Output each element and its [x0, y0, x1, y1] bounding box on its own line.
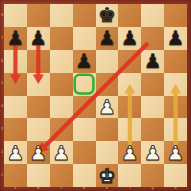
square-b3[interactable]	[27, 118, 50, 141]
square-e5[interactable]	[96, 73, 119, 96]
black-pawn-d6[interactable]: ♟	[73, 50, 96, 73]
square-b5[interactable]	[27, 73, 50, 96]
square-h8[interactable]	[164, 4, 187, 27]
square-e6[interactable]	[96, 50, 119, 73]
chess-board[interactable]: ♚♟♟♟♟♟♟♟♟♟♟♟♟♟♟♚ 87654321abcdefgh	[0, 0, 191, 191]
rank-label-3: 3	[0, 128, 4, 131]
white-pawn-a2[interactable]: ♟	[4, 141, 27, 164]
rank-label-4: 4	[0, 105, 4, 108]
rank-label-5: 5	[0, 82, 4, 85]
square-b4[interactable]	[27, 96, 50, 119]
square-c4[interactable]	[50, 96, 73, 119]
square-d3[interactable]	[73, 118, 96, 141]
rank-label-8: 8	[0, 14, 4, 17]
square-f6[interactable]	[118, 50, 141, 73]
square-g8[interactable]	[141, 4, 164, 27]
square-d8[interactable]	[73, 4, 96, 27]
rank-label-6: 6	[0, 60, 4, 63]
file-label-c: c	[50, 187, 73, 191]
white-pawn-f2[interactable]: ♟	[118, 141, 141, 164]
white-pawn-c2[interactable]: ♟	[50, 141, 73, 164]
square-a6[interactable]	[4, 50, 27, 73]
black-pawn-f7[interactable]: ♟	[118, 27, 141, 50]
square-b6[interactable]	[27, 50, 50, 73]
square-a1[interactable]	[4, 164, 27, 187]
square-g4[interactable]	[141, 96, 164, 119]
square-d7[interactable]	[73, 27, 96, 50]
square-c6[interactable]	[50, 50, 73, 73]
rank-label-1: 1	[0, 174, 4, 177]
black-pawn-a7[interactable]: ♟	[4, 27, 27, 50]
black-pawn-b7[interactable]: ♟	[27, 27, 50, 50]
square-h1[interactable]	[164, 164, 187, 187]
square-a8[interactable]	[4, 4, 27, 27]
white-pawn-h2[interactable]: ♟	[164, 141, 187, 164]
square-c8[interactable]	[50, 4, 73, 27]
rank-label-2: 2	[0, 151, 4, 154]
square-f3[interactable]	[118, 118, 141, 141]
file-label-d: d	[73, 187, 96, 191]
square-d2[interactable]	[73, 141, 96, 164]
file-label-e: e	[96, 187, 119, 191]
square-b1[interactable]	[27, 164, 50, 187]
file-label-h: h	[164, 187, 187, 191]
square-d5[interactable]	[73, 73, 96, 96]
square-f1[interactable]	[118, 164, 141, 187]
square-a3[interactable]	[4, 118, 27, 141]
white-pawn-g2[interactable]: ♟	[141, 141, 164, 164]
black-pawn-e7[interactable]: ♟	[96, 27, 119, 50]
square-c1[interactable]	[50, 164, 73, 187]
black-king-e8[interactable]: ♚	[96, 4, 119, 27]
square-c7[interactable]	[50, 27, 73, 50]
file-label-f: f	[118, 187, 141, 191]
square-g3[interactable]	[141, 118, 164, 141]
square-g1[interactable]	[141, 164, 164, 187]
square-h4[interactable]	[164, 96, 187, 119]
square-c5[interactable]	[50, 73, 73, 96]
white-pawn-b2[interactable]: ♟	[27, 141, 50, 164]
square-d1[interactable]	[73, 164, 96, 187]
square-e2[interactable]	[96, 141, 119, 164]
square-h6[interactable]	[164, 50, 187, 73]
rank-label-7: 7	[0, 37, 4, 40]
square-a5[interactable]	[4, 73, 27, 96]
square-a4[interactable]	[4, 96, 27, 119]
square-f4[interactable]	[118, 96, 141, 119]
black-pawn-g6[interactable]: ♟	[141, 50, 164, 73]
square-f5[interactable]	[118, 73, 141, 96]
square-h3[interactable]	[164, 118, 187, 141]
white-king-e1[interactable]: ♚	[96, 164, 119, 187]
square-b8[interactable]	[27, 4, 50, 27]
square-g5[interactable]	[141, 73, 164, 96]
black-pawn-h7[interactable]: ♟	[164, 27, 187, 50]
square-c3[interactable]	[50, 118, 73, 141]
square-d4[interactable]	[73, 96, 96, 119]
square-f8[interactable]	[118, 4, 141, 27]
square-h5[interactable]	[164, 73, 187, 96]
file-label-b: b	[27, 187, 50, 191]
file-label-a: a	[4, 187, 27, 191]
white-pawn-e4[interactable]: ♟	[96, 96, 119, 119]
square-g7[interactable]	[141, 27, 164, 50]
square-e3[interactable]	[96, 118, 119, 141]
file-label-g: g	[141, 187, 164, 191]
